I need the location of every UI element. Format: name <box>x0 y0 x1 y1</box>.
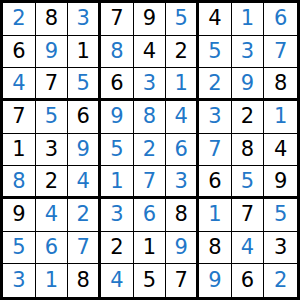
sudoku-cell[interactable]: 8 <box>264 68 297 101</box>
sudoku-cell[interactable]: 2 <box>232 101 265 134</box>
sudoku-cell[interactable]: 6 <box>166 134 199 167</box>
sudoku-board: 2837954166918425374756312987569843211395… <box>0 0 300 300</box>
sudoku-cell[interactable]: 1 <box>36 264 69 297</box>
sudoku-cell[interactable]: 4 <box>3 68 36 101</box>
sudoku-cell[interactable]: 4 <box>134 36 167 69</box>
sudoku-cell[interactable]: 1 <box>199 199 232 232</box>
sudoku-cell[interactable]: 6 <box>68 101 101 134</box>
sudoku-cell[interactable]: 6 <box>134 199 167 232</box>
sudoku-cell[interactable]: 9 <box>134 3 167 36</box>
sudoku-cell[interactable]: 6 <box>36 232 69 265</box>
sudoku-cell[interactable]: 2 <box>264 264 297 297</box>
sudoku-cell[interactable]: 3 <box>68 3 101 36</box>
sudoku-cell[interactable]: 7 <box>166 264 199 297</box>
sudoku-cell[interactable]: 1 <box>166 68 199 101</box>
sudoku-cell[interactable]: 9 <box>3 199 36 232</box>
sudoku-cell[interactable]: 7 <box>68 232 101 265</box>
sudoku-cell[interactable]: 6 <box>232 264 265 297</box>
sudoku-cell[interactable]: 2 <box>36 166 69 199</box>
sudoku-cell[interactable]: 7 <box>101 3 134 36</box>
sudoku-cell[interactable]: 3 <box>232 36 265 69</box>
sudoku-cell[interactable]: 6 <box>199 166 232 199</box>
sudoku-cell[interactable]: 9 <box>101 101 134 134</box>
sudoku-cell[interactable]: 7 <box>199 134 232 167</box>
sudoku-cell[interactable]: 7 <box>264 36 297 69</box>
sudoku-cell[interactable]: 1 <box>264 101 297 134</box>
sudoku-cell[interactable]: 5 <box>232 166 265 199</box>
sudoku-cell[interactable]: 9 <box>232 68 265 101</box>
sudoku-cell[interactable]: 4 <box>36 199 69 232</box>
sudoku-cell[interactable]: 9 <box>264 166 297 199</box>
sudoku-cell[interactable]: 7 <box>232 199 265 232</box>
sudoku-cell[interactable]: 2 <box>134 134 167 167</box>
sudoku-cell[interactable]: 8 <box>166 199 199 232</box>
sudoku-cell[interactable]: 9 <box>199 264 232 297</box>
sudoku-cell[interactable]: 5 <box>68 68 101 101</box>
sudoku-cell[interactable]: 4 <box>232 232 265 265</box>
sudoku-cell[interactable]: 8 <box>68 264 101 297</box>
sudoku-cell[interactable]: 4 <box>264 134 297 167</box>
sudoku-cell[interactable]: 1 <box>101 166 134 199</box>
sudoku-cell[interactable]: 8 <box>3 166 36 199</box>
sudoku-cell[interactable]: 5 <box>134 264 167 297</box>
sudoku-cell[interactable]: 3 <box>199 101 232 134</box>
sudoku-cell[interactable]: 5 <box>3 232 36 265</box>
sudoku-cell[interactable]: 1 <box>134 232 167 265</box>
sudoku-cell[interactable]: 1 <box>3 134 36 167</box>
sudoku-cell[interactable]: 2 <box>199 68 232 101</box>
sudoku-cell[interactable]: 4 <box>166 101 199 134</box>
sudoku-cell[interactable]: 8 <box>36 3 69 36</box>
sudoku-cell[interactable]: 5 <box>199 36 232 69</box>
sudoku-cell[interactable]: 6 <box>101 68 134 101</box>
sudoku-cell[interactable]: 3 <box>36 134 69 167</box>
sudoku-cell[interactable]: 1 <box>68 36 101 69</box>
sudoku-cell[interactable]: 7 <box>36 68 69 101</box>
sudoku-cell[interactable]: 4 <box>199 3 232 36</box>
sudoku-cell[interactable]: 3 <box>101 199 134 232</box>
sudoku-cell[interactable]: 5 <box>101 134 134 167</box>
sudoku-cell[interactable]: 3 <box>166 166 199 199</box>
sudoku-cell[interactable]: 8 <box>134 101 167 134</box>
sudoku-cell[interactable]: 6 <box>264 3 297 36</box>
sudoku-cell[interactable]: 2 <box>3 3 36 36</box>
sudoku-cell[interactable]: 5 <box>166 3 199 36</box>
sudoku-cell[interactable]: 3 <box>134 68 167 101</box>
sudoku-cell[interactable]: 7 <box>3 101 36 134</box>
sudoku-cell[interactable]: 3 <box>3 264 36 297</box>
sudoku-cell[interactable]: 9 <box>36 36 69 69</box>
sudoku-cell[interactable]: 9 <box>166 232 199 265</box>
sudoku-cell[interactable]: 5 <box>264 199 297 232</box>
sudoku-cell[interactable]: 8 <box>199 232 232 265</box>
sudoku-cell[interactable]: 2 <box>166 36 199 69</box>
sudoku-cell[interactable]: 4 <box>68 166 101 199</box>
sudoku-cell[interactable]: 8 <box>101 36 134 69</box>
sudoku-cell[interactable]: 6 <box>3 36 36 69</box>
sudoku-app: 2837954166918425374756312987569843211395… <box>0 0 300 300</box>
sudoku-cell[interactable]: 2 <box>68 199 101 232</box>
sudoku-cell[interactable]: 4 <box>101 264 134 297</box>
sudoku-cell[interactable]: 5 <box>36 101 69 134</box>
sudoku-cell[interactable]: 9 <box>68 134 101 167</box>
sudoku-cell[interactable]: 1 <box>232 3 265 36</box>
sudoku-cell[interactable]: 2 <box>101 232 134 265</box>
sudoku-cell[interactable]: 8 <box>232 134 265 167</box>
sudoku-cell[interactable]: 7 <box>134 166 167 199</box>
sudoku-cell[interactable]: 3 <box>264 232 297 265</box>
